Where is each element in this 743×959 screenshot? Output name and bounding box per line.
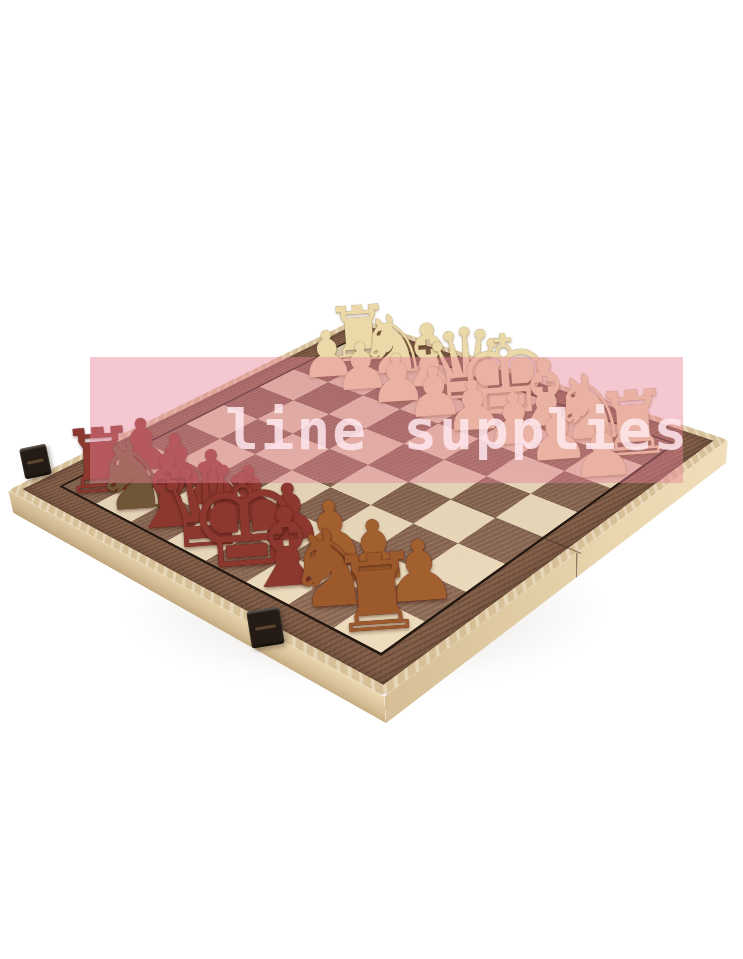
watermark-text: line supplies: [225, 397, 683, 462]
square: [291, 487, 371, 529]
square: [332, 549, 418, 598]
product-photo-scene: ♜♞♝♛♚♝♞♜♟♟♟♟♟♟♟♟♟♟♟♟♟♟♟♟♜♞♝♛♚♝♞♜ line su…: [0, 0, 743, 959]
square: [374, 524, 458, 570]
latch-clasp-icon: [246, 607, 284, 649]
square: [331, 505, 413, 549]
square: [290, 529, 374, 576]
watermark-banner: line supplies: [90, 357, 683, 483]
fold-seam-side: [576, 552, 578, 578]
